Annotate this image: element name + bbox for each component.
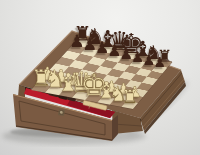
piece-black-pawn[interactable]: ♟	[153, 56, 165, 70]
pieces-layer: ♜♞♝♛♚♝♞♜♟♟♟♟♟♟♟♟♟♟♟♟♟♟♟♟♜♞♝♛♚♝♞♜	[0, 0, 200, 155]
piece-white-rook[interactable]: ♜	[122, 88, 138, 106]
chess-set-photo: ♜♞♝♛♚♝♞♜♟♟♟♟♟♟♟♟♟♟♟♟♟♟♟♟♜♞♝♛♚♝♞♜	[0, 0, 200, 155]
